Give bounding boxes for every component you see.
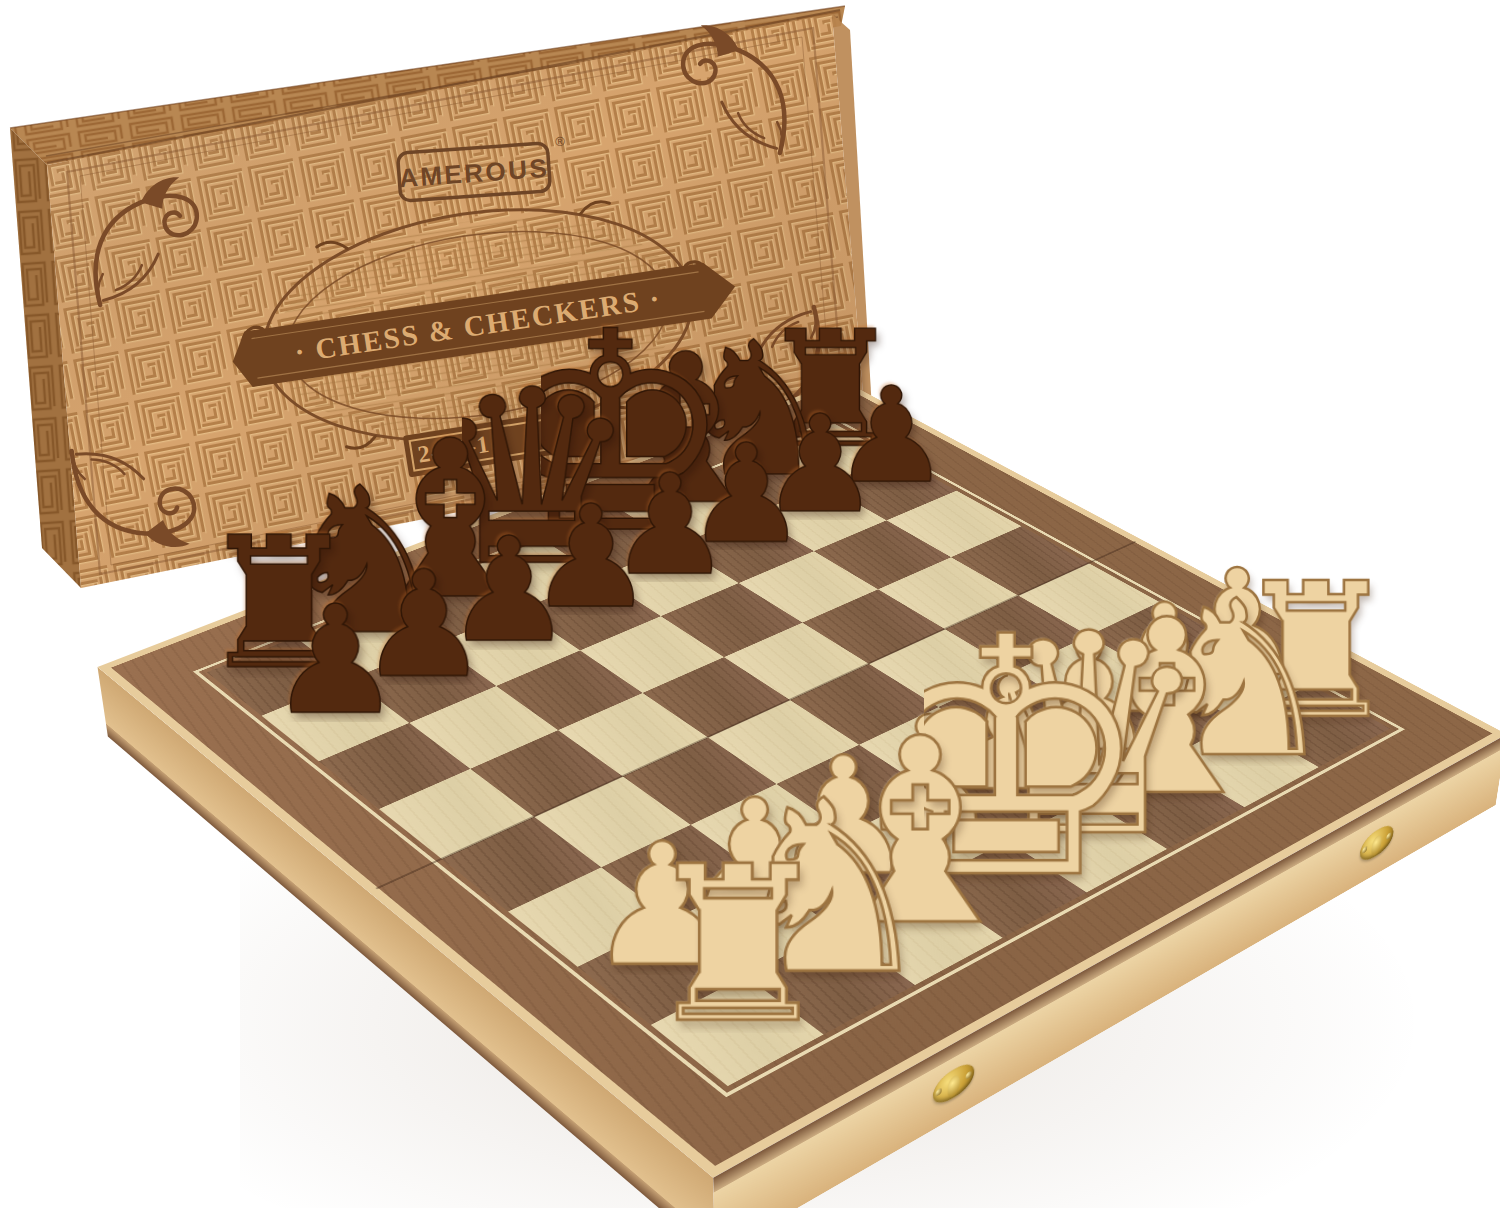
- latch-tongue: [1370, 833, 1382, 857]
- piece-dark-pawn: ♟: [259, 315, 411, 720]
- scene: AMEROUS ® · CHESS & CHECKERS · 2-IN-1: [0, 0, 1500, 1208]
- latch-screw: [936, 1087, 942, 1097]
- brass-latch: [933, 1057, 975, 1109]
- latch-screw: [1386, 831, 1392, 840]
- latch-screw: [1362, 845, 1368, 854]
- latch-screw: [966, 1070, 972, 1080]
- piece-white-rook: ♜: [649, 562, 825, 1030]
- piece-glyph: ♟: [268, 603, 402, 720]
- brass-latch: [1358, 820, 1395, 866]
- piece-glyph: ♜: [640, 862, 833, 1030]
- latch-tongue: [947, 1073, 960, 1100]
- registered-mark: ®: [555, 134, 566, 150]
